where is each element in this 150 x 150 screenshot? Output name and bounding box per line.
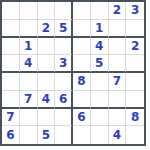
given-cell-r8c1: 6	[2, 126, 20, 144]
empty-cell-r7c7[interactable]	[109, 109, 127, 127]
empty-cell-r1c5[interactable]	[73, 2, 91, 20]
empty-cell-r2c7[interactable]	[109, 20, 127, 38]
empty-cell-r6c7[interactable]	[109, 91, 127, 109]
empty-cell-r4c5[interactable]	[73, 55, 91, 73]
empty-cell-r8c6[interactable]	[91, 126, 109, 144]
given-cell-r5c5: 8	[73, 73, 91, 91]
given-cell-r4c2: 4	[20, 55, 38, 73]
empty-cell-r4c8[interactable]	[126, 55, 144, 73]
given-cell-r1c7: 2	[109, 2, 127, 20]
empty-cell-r7c2[interactable]	[20, 109, 38, 127]
empty-cell-r4c7[interactable]	[109, 55, 127, 73]
given-cell-r6c4: 6	[55, 91, 73, 109]
empty-cell-r5c6[interactable]	[91, 73, 109, 91]
given-cell-r8c3: 5	[38, 126, 56, 144]
given-cell-r2c6: 1	[91, 20, 109, 38]
empty-cell-r1c3[interactable]	[38, 2, 56, 20]
empty-cell-r1c4[interactable]	[55, 2, 73, 20]
empty-cell-r2c5[interactable]	[73, 20, 91, 38]
empty-cell-r5c8[interactable]	[126, 73, 144, 91]
sudoku-board: 2325114243587746768654	[0, 0, 146, 146]
given-cell-r2c4: 5	[55, 20, 73, 38]
given-cell-r7c8: 8	[126, 109, 144, 127]
given-cell-r2c3: 2	[38, 20, 56, 38]
empty-cell-r3c7[interactable]	[109, 38, 127, 56]
empty-cell-r6c1[interactable]	[2, 91, 20, 109]
given-cell-r3c6: 4	[91, 38, 109, 56]
given-cell-r8c7: 4	[109, 126, 127, 144]
empty-cell-r7c3[interactable]	[38, 109, 56, 127]
empty-cell-r8c2[interactable]	[20, 126, 38, 144]
empty-cell-r8c4[interactable]	[55, 126, 73, 144]
given-cell-r1c8: 3	[126, 2, 144, 20]
given-cell-r3c8: 2	[126, 38, 144, 56]
empty-cell-r4c1[interactable]	[2, 55, 20, 73]
empty-cell-r7c6[interactable]	[91, 109, 109, 127]
empty-cell-r8c5[interactable]	[73, 126, 91, 144]
empty-cell-r7c4[interactable]	[55, 109, 73, 127]
given-cell-r7c5: 6	[73, 109, 91, 127]
empty-cell-r3c5[interactable]	[73, 38, 91, 56]
given-cell-r3c2: 1	[20, 38, 38, 56]
given-cell-r4c4: 3	[55, 55, 73, 73]
empty-cell-r5c2[interactable]	[20, 73, 38, 91]
given-cell-r5c7: 7	[109, 73, 127, 91]
empty-cell-r6c5[interactable]	[73, 91, 91, 109]
empty-cell-r3c3[interactable]	[38, 38, 56, 56]
empty-cell-r4c3[interactable]	[38, 55, 56, 73]
empty-cell-r1c2[interactable]	[20, 2, 38, 20]
empty-cell-r3c4[interactable]	[55, 38, 73, 56]
given-cell-r6c2: 7	[20, 91, 38, 109]
given-cell-r6c3: 4	[38, 91, 56, 109]
empty-cell-r2c2[interactable]	[20, 20, 38, 38]
given-cell-r4c6: 5	[91, 55, 109, 73]
empty-cell-r2c8[interactable]	[126, 20, 144, 38]
empty-cell-r8c8[interactable]	[126, 126, 144, 144]
empty-cell-r5c1[interactable]	[2, 73, 20, 91]
empty-cell-r5c4[interactable]	[55, 73, 73, 91]
empty-cell-r2c1[interactable]	[2, 20, 20, 38]
empty-cell-r3c1[interactable]	[2, 38, 20, 56]
empty-cell-r1c1[interactable]	[2, 2, 20, 20]
empty-cell-r6c6[interactable]	[91, 91, 109, 109]
empty-cell-r6c8[interactable]	[126, 91, 144, 109]
empty-cell-r5c3[interactable]	[38, 73, 56, 91]
given-cell-r7c1: 7	[2, 109, 20, 127]
empty-cell-r1c6[interactable]	[91, 2, 109, 20]
